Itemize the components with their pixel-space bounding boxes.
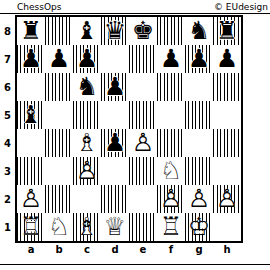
square-e6[interactable] [129, 73, 157, 101]
rank-label-4: 4 [0, 129, 15, 157]
square-e5[interactable] [129, 101, 157, 129]
header: ChessOps © EUdesign [0, 0, 270, 14]
white-knight: ♞♘ [157, 157, 185, 185]
rank-label-8: 8 [0, 17, 15, 45]
square-f4[interactable] [157, 129, 185, 157]
square-f5[interactable] [157, 101, 185, 129]
rank-label-6: 6 [0, 73, 15, 101]
chess-board: ♜♝♛♚♞♜♟♟♟♟♟♟♞♟♝♝♗♟♟♙♟♙♞♘♟♙♟♙♟♙♟♙♜♖♞♘♝♗♛♕… [15, 15, 243, 243]
square-e3[interactable] [129, 157, 157, 185]
black-king: ♚ [129, 17, 157, 45]
square-b8[interactable] [45, 17, 73, 45]
file-label-e: e [129, 243, 157, 257]
square-g3[interactable] [185, 157, 213, 185]
white-knight: ♞♘ [45, 213, 73, 241]
file-label-h: h [213, 243, 241, 257]
square-a2[interactable]: ♟♙ [17, 185, 45, 213]
square-b1[interactable]: ♞♘ [45, 213, 73, 241]
rank-label-1: 1 [0, 213, 15, 241]
square-g8[interactable]: ♞ [185, 17, 213, 45]
black-rook: ♜ [213, 17, 241, 45]
black-queen: ♛ [101, 17, 129, 45]
black-pawn: ♟ [185, 45, 213, 73]
square-c1[interactable]: ♝♗ [73, 213, 101, 241]
square-a7[interactable]: ♟ [17, 45, 45, 73]
square-a6[interactable] [17, 73, 45, 101]
black-pawn: ♟ [213, 45, 241, 73]
square-c3[interactable]: ♟♙ [73, 157, 101, 185]
black-knight: ♞ [73, 73, 101, 101]
square-h8[interactable]: ♜ [213, 17, 241, 45]
square-f6[interactable] [157, 73, 185, 101]
square-a3[interactable] [17, 157, 45, 185]
square-e7[interactable] [129, 45, 157, 73]
square-f2[interactable]: ♟♙ [157, 185, 185, 213]
square-h5[interactable] [213, 101, 241, 129]
square-d8[interactable]: ♛ [101, 17, 129, 45]
square-d4[interactable]: ♟ [101, 129, 129, 157]
rank-label-2: 2 [0, 185, 15, 213]
file-label-g: g [185, 243, 213, 257]
square-a4[interactable] [17, 129, 45, 157]
square-g6[interactable] [185, 73, 213, 101]
white-king: ♚♔ [185, 213, 213, 241]
square-d2[interactable] [101, 185, 129, 213]
square-g4[interactable] [185, 129, 213, 157]
square-h4[interactable] [213, 129, 241, 157]
square-h2[interactable]: ♟♙ [213, 185, 241, 213]
square-c8[interactable]: ♝ [73, 17, 101, 45]
square-c4[interactable]: ♝♗ [73, 129, 101, 157]
board-wrap: 87654321 ♜♝♛♚♞♜♟♟♟♟♟♟♞♟♝♝♗♟♟♙♟♙♞♘♟♙♟♙♟♙♟… [0, 15, 270, 243]
white-pawn: ♟♙ [213, 185, 241, 213]
square-d5[interactable] [101, 101, 129, 129]
white-queen: ♛♕ [101, 213, 129, 241]
rank-labels: 87654321 [0, 15, 15, 243]
square-g1[interactable]: ♚♔ [185, 213, 213, 241]
square-e2[interactable] [129, 185, 157, 213]
black-rook: ♜ [17, 17, 45, 45]
square-f8[interactable] [157, 17, 185, 45]
white-pawn: ♟♙ [73, 157, 101, 185]
rank-label-3: 3 [0, 157, 15, 185]
square-f3[interactable]: ♞♘ [157, 157, 185, 185]
white-pawn: ♟♙ [157, 185, 185, 213]
black-bishop: ♝ [17, 101, 45, 129]
square-d3[interactable] [101, 157, 129, 185]
square-h6[interactable] [213, 73, 241, 101]
square-e8[interactable]: ♚ [129, 17, 157, 45]
white-pawn: ♟♙ [129, 129, 157, 157]
square-a5[interactable]: ♝ [17, 101, 45, 129]
black-pawn: ♟ [101, 73, 129, 101]
black-pawn: ♟ [73, 45, 101, 73]
square-f1[interactable]: ♜♖ [157, 213, 185, 241]
square-c2[interactable] [73, 185, 101, 213]
white-pawn: ♟♙ [17, 185, 45, 213]
square-g7[interactable]: ♟ [185, 45, 213, 73]
file-label-b: b [45, 243, 73, 257]
square-g2[interactable]: ♟♙ [185, 185, 213, 213]
square-e4[interactable]: ♟♙ [129, 129, 157, 157]
square-d1[interactable]: ♛♕ [101, 213, 129, 241]
black-pawn: ♟ [17, 45, 45, 73]
chessops-diagram: ChessOps © EUdesign 87654321 ♜♝♛♚♞♜♟♟♟♟♟… [0, 0, 270, 270]
square-b4[interactable] [45, 129, 73, 157]
square-b5[interactable] [45, 101, 73, 129]
square-c5[interactable] [73, 101, 101, 129]
square-g5[interactable] [185, 101, 213, 129]
square-h3[interactable] [213, 157, 241, 185]
square-b7[interactable]: ♟ [45, 45, 73, 73]
rank-label-7: 7 [0, 45, 15, 73]
white-pawn: ♟♙ [185, 185, 213, 213]
square-b2[interactable] [45, 185, 73, 213]
square-h7[interactable]: ♟ [213, 45, 241, 73]
file-label-c: c [73, 243, 101, 257]
white-bishop: ♝♗ [73, 129, 101, 157]
black-bishop: ♝ [73, 17, 101, 45]
black-pawn: ♟ [45, 45, 73, 73]
square-h1[interactable] [213, 213, 241, 241]
square-c7[interactable]: ♟ [73, 45, 101, 73]
app-title: ChessOps [17, 2, 61, 12]
file-labels: abcdefgh [17, 243, 270, 257]
rank-label-5: 5 [0, 101, 15, 129]
black-pawn: ♟ [157, 45, 185, 73]
file-label-d: d [101, 243, 129, 257]
bottom-rule [0, 264, 270, 265]
square-e1[interactable] [129, 213, 157, 241]
square-c6[interactable]: ♞ [73, 73, 101, 101]
white-rook: ♜♖ [157, 213, 185, 241]
square-b3[interactable] [45, 157, 73, 185]
square-d6[interactable]: ♟ [101, 73, 129, 101]
square-b6[interactable] [45, 73, 73, 101]
black-pawn: ♟ [101, 129, 129, 157]
square-a8[interactable]: ♜ [17, 17, 45, 45]
square-f7[interactable]: ♟ [157, 45, 185, 73]
credit: © EUdesign [214, 2, 268, 12]
white-bishop: ♝♗ [73, 213, 101, 241]
file-label-f: f [157, 243, 185, 257]
file-label-a: a [17, 243, 45, 257]
black-knight: ♞ [185, 17, 213, 45]
white-rook: ♜♖ [17, 213, 45, 241]
square-a1[interactable]: ♜♖ [17, 213, 45, 241]
square-d7[interactable] [101, 45, 129, 73]
